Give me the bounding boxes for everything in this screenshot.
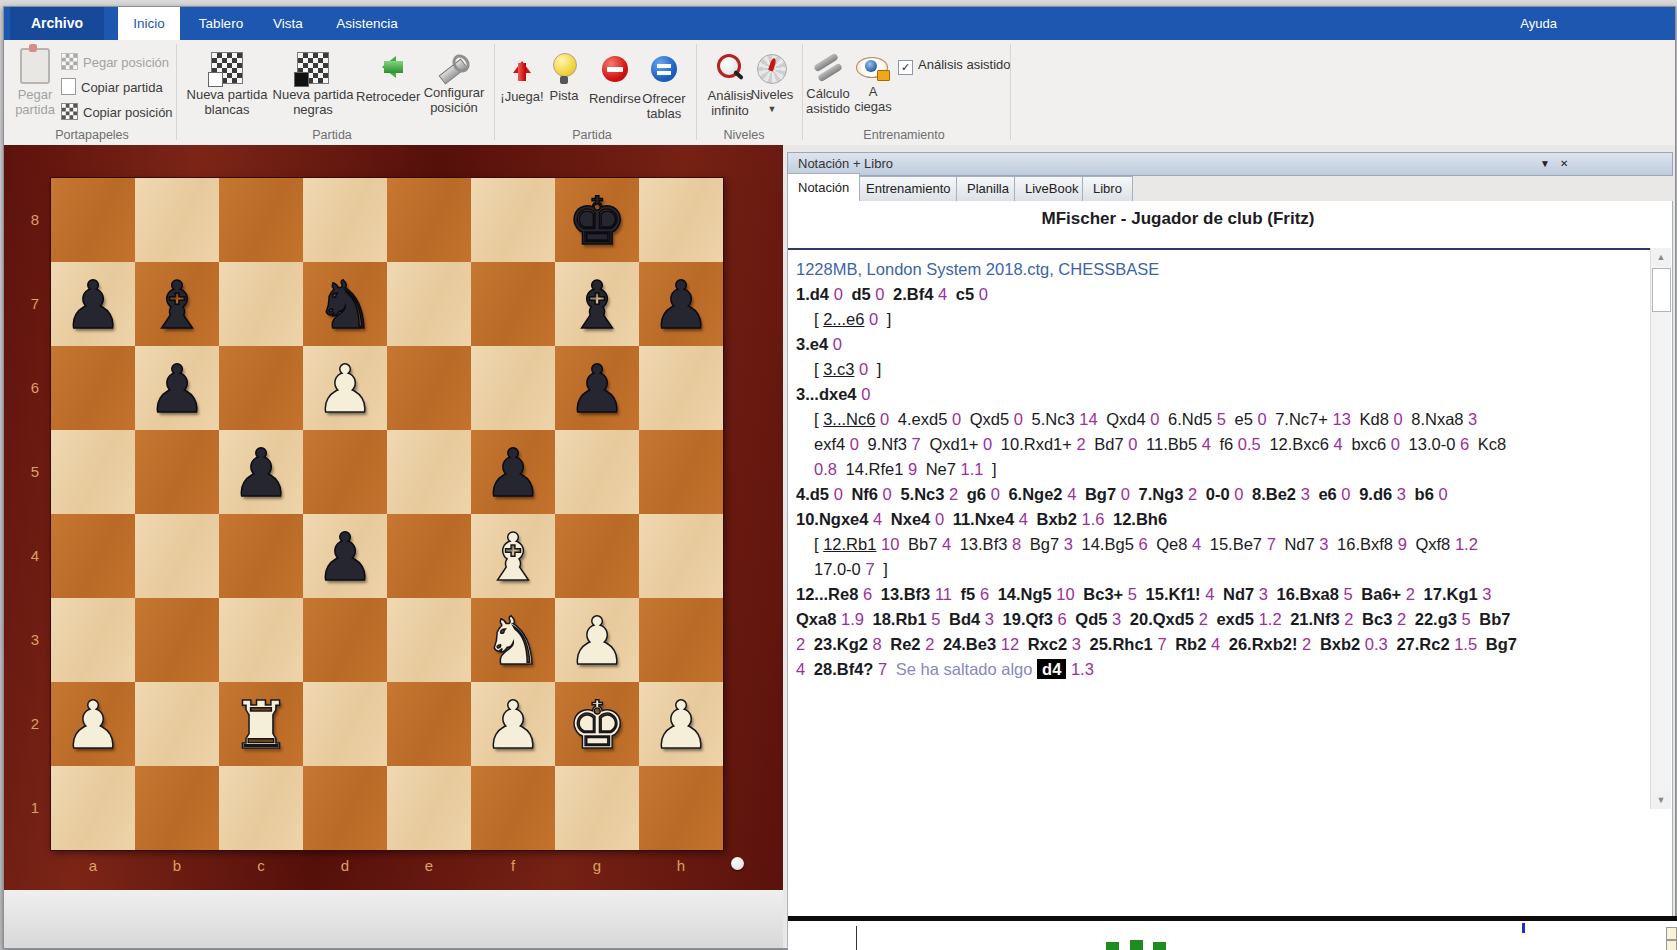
juega-button[interactable]: ¡Juega! (500, 52, 544, 104)
move-token[interactable]: g6 (967, 485, 986, 503)
move-token[interactable]: 21.Nf3 (1290, 610, 1340, 628)
move-token[interactable]: 12.Bh6 (1113, 510, 1167, 528)
square-a7[interactable]: ♟ (51, 262, 135, 346)
eval-number: 4 (938, 285, 947, 303)
notation-line: 2 23.Kg2 8 Re2 2 24.Be3 12 Rxc2 3 25.Rhc… (788, 632, 1650, 657)
move-token[interactable]: 12.Rb1 (823, 535, 876, 553)
move-token[interactable]: bxc6 (1351, 435, 1386, 453)
eval-number: 4 (1334, 435, 1343, 453)
tab-notacion[interactable]: Notación (787, 173, 860, 201)
black-pawn[interactable]: ♟ (639, 262, 723, 346)
square-d4[interactable]: ♟ (303, 514, 387, 598)
square-g8[interactable]: ♚ (555, 178, 639, 262)
move-token[interactable]: Bd7 (1094, 435, 1123, 453)
black-king[interactable]: ♚ (555, 178, 639, 262)
move-token[interactable]: Rb2 (1175, 635, 1206, 653)
move-token[interactable]: 3...Nc6 (823, 410, 875, 428)
move-token[interactable]: 14.Rfe1 (846, 460, 904, 478)
eval-number: 14 (1079, 410, 1097, 428)
eval-bar-move-11[interactable] (1106, 942, 1119, 950)
move-token[interactable]: 13.Bf3 (881, 585, 931, 603)
move-token[interactable]: 13.Bf3 (960, 535, 1008, 553)
move-token[interactable]: 25.Rhc1 (1090, 635, 1153, 653)
move-token[interactable]: exd5 (1216, 610, 1254, 628)
ribbon-separator (696, 44, 697, 140)
ofrecer-tablas-button[interactable]: Ofrecer tablas (638, 56, 690, 121)
square-e5[interactable] (387, 430, 471, 514)
eval-number: 3 (1259, 585, 1268, 603)
white-pawn[interactable]: ♟ (303, 346, 387, 430)
niveles-button[interactable]: Niveles ▼ (746, 54, 798, 117)
tab-libro[interactable]: Libro (1082, 176, 1133, 201)
eval-number: 8 (872, 635, 881, 653)
move-token[interactable]: Bb7 (908, 535, 937, 553)
move-token[interactable]: Qxd1+ (929, 435, 978, 453)
move-token[interactable]: Ne7 (926, 460, 956, 478)
black-pawn[interactable]: ♟ (51, 262, 135, 346)
square-c5[interactable]: ♟ (219, 430, 303, 514)
group-label-portapapeles: Portapapeles (12, 128, 172, 142)
square-c6[interactable] (219, 346, 303, 430)
move-token[interactable]: Se ha saltado algo (896, 660, 1033, 678)
eval-number: 0 (859, 360, 868, 378)
move-token[interactable]: Kc8 (1478, 435, 1506, 453)
move-token[interactable]: Nf6 (851, 485, 878, 503)
eval-bar-move-13[interactable] (1153, 942, 1166, 950)
tab-entrenamiento[interactable]: Entrenamiento (855, 176, 962, 201)
move-token[interactable]: 28.Bf4? (814, 660, 874, 678)
eval-number: 0 (1014, 410, 1023, 428)
square-b4[interactable] (135, 514, 219, 598)
chevron-down-icon[interactable]: ▼ (1540, 153, 1550, 175)
copiar-partida-button[interactable]: Copiar partida (61, 78, 163, 96)
move-token[interactable]: 19.Qf3 (1003, 610, 1053, 628)
square-d8[interactable] (303, 178, 387, 262)
eval-number: 0.3 (1365, 635, 1388, 653)
copy-game-icon (61, 78, 76, 95)
square-b6[interactable]: ♟ (135, 346, 219, 430)
menu-ayuda[interactable]: Ayuda (1520, 7, 1557, 40)
square-f7[interactable] (471, 262, 555, 346)
move-token[interactable]: 22.g3 (1415, 610, 1457, 628)
move-token[interactable]: 23.Kg2 (814, 635, 868, 653)
square-d2[interactable] (303, 682, 387, 766)
square-d3[interactable] (303, 598, 387, 682)
move-token[interactable]: 2...e6 (823, 310, 864, 328)
move-token[interactable]: Bd4 (949, 610, 980, 628)
pista-button[interactable]: Pista (544, 53, 584, 103)
move-token[interactable]: Nd7 (1284, 535, 1314, 553)
move-token[interactable]: Bc3+ (1083, 585, 1123, 603)
move-token[interactable]: e5 (1234, 410, 1252, 428)
eval-number: 2 (949, 485, 958, 503)
notation-line: 10.Ngxe4 4 Nxe4 0 11.Nxe4 4 Bxb2 1.6 12.… (788, 507, 1650, 532)
move-token[interactable]: 5.Nc3 (900, 485, 944, 503)
group-label-partida1: Partida (252, 128, 412, 142)
move-token[interactable]: Bg7 (1486, 635, 1517, 653)
eval-number: 7 (912, 435, 921, 453)
move-token[interactable]: f5 (961, 585, 976, 603)
move-token[interactable]: 8.Nxa8 (1411, 410, 1463, 428)
eval-number: 0 (1150, 410, 1159, 428)
move-token[interactable]: 24.Be3 (943, 635, 996, 653)
square-a5[interactable] (51, 430, 135, 514)
square-h4[interactable] (639, 514, 723, 598)
square-f4[interactable]: ♝ (471, 514, 555, 598)
move-token[interactable]: Bg7 (1085, 485, 1116, 503)
calculo-asistido-button[interactable]: Cálculo asistido (800, 53, 856, 116)
scroll-down-icon[interactable]: ▼ (1651, 791, 1671, 809)
ribbon-separator (176, 44, 177, 140)
move-token[interactable]: 9.d6 (1359, 485, 1392, 503)
eval-number: 12 (1001, 635, 1019, 653)
rendirse-button[interactable]: Rendirse (586, 56, 644, 106)
square-e6[interactable] (387, 346, 471, 430)
move-token[interactable]: 11.Nxe4 (953, 510, 1014, 528)
square-b8[interactable] (135, 178, 219, 262)
rank-label-5: 5 (26, 463, 44, 480)
move-token[interactable]: 16.Bxf8 (1337, 535, 1393, 553)
square-h1[interactable] (639, 766, 723, 850)
move-token[interactable]: [ (814, 410, 819, 428)
eval-number: 8 (1012, 535, 1021, 553)
square-e3[interactable] (387, 598, 471, 682)
move-token[interactable]: Qe8 (1156, 535, 1187, 553)
move-token[interactable]: 13.0-0 (1409, 435, 1456, 453)
square-b7[interactable]: ♝ (135, 262, 219, 346)
move-token[interactable]: e6 (1318, 485, 1336, 503)
pegar-posicion-button[interactable]: Pegar posición (61, 53, 169, 71)
square-g3[interactable]: ♟ (555, 598, 639, 682)
file-label-g: g (555, 857, 639, 874)
move-token[interactable]: ] (887, 310, 892, 328)
board-panel: ♚♟♝♞♝♟♟♟♟♟♟♟♝♞♟♟♜♟♚♟ 87654321 abcdefgh (4, 145, 783, 890)
white-pawn[interactable]: ♟ (639, 682, 723, 766)
retroceder-button[interactable]: Retroceder (356, 56, 420, 104)
move-token[interactable]: Qxd5 (970, 410, 1009, 428)
move-token[interactable]: Bc3 (1362, 610, 1392, 628)
copiar-posicion-button[interactable]: Copiar posición (61, 103, 173, 121)
move-token[interactable]: Bb7 (1479, 610, 1510, 628)
notation-line: 0.8 14.Rfe1 9 Ne7 1.1 ] (788, 457, 1650, 482)
move-token[interactable]: 0-0 (1206, 485, 1230, 503)
move-token[interactable]: Bxb2 (1320, 635, 1360, 653)
square-b1[interactable] (135, 766, 219, 850)
move-token[interactable]: 5.Nc3 (1032, 410, 1075, 428)
configurar-posicion-button[interactable]: Configurar posición (420, 52, 488, 115)
eval-number: 0 (1341, 485, 1350, 503)
move-token[interactable]: 18.Rb1 (873, 610, 927, 628)
move-token[interactable]: Kd8 (1359, 410, 1388, 428)
move-token[interactable]: 15.Be7 (1210, 535, 1262, 553)
eval-number: 1.3 (1071, 660, 1094, 678)
window-background (4, 890, 783, 948)
square-d7[interactable]: ♞ (303, 262, 387, 346)
menu-archivo[interactable]: Archivo (10, 7, 104, 40)
eval-number: 0 (880, 410, 889, 428)
blindfold-eye-icon (856, 55, 890, 81)
copy-position-icon (61, 103, 78, 120)
move-token[interactable]: 12.Bxc6 (1269, 435, 1329, 453)
move-token[interactable]: 7.Ng3 (1138, 485, 1183, 503)
move-token[interactable]: [ (814, 535, 819, 553)
square-f3[interactable]: ♞ (471, 598, 555, 682)
square-h7[interactable]: ♟ (639, 262, 723, 346)
square-g7[interactable]: ♝ (555, 262, 639, 346)
square-a8[interactable] (51, 178, 135, 262)
square-g4[interactable] (555, 514, 639, 598)
square-a2[interactable]: ♟ (51, 682, 135, 766)
paste-position-icon (61, 53, 78, 70)
eval-number: 6 (1058, 610, 1067, 628)
move-token[interactable]: 26.Rxb2! (1229, 635, 1298, 653)
tab-vista[interactable]: Vista (260, 7, 316, 40)
notation-line: [ 2...e6 0 ] (788, 307, 1650, 332)
white-knight[interactable]: ♞ (471, 598, 555, 682)
move-token[interactable]: 16.Bxa8 (1277, 585, 1339, 603)
notation-line: 4 28.Bf4? 7 Se ha saltado algo d4 1.3 (788, 657, 1650, 682)
eval-number: 4 (1019, 510, 1028, 528)
square-d6[interactable]: ♟ (303, 346, 387, 430)
square-d1[interactable] (303, 766, 387, 850)
move-token[interactable]: 14.Ng5 (998, 585, 1052, 603)
tab-inicio[interactable]: Inicio (118, 7, 180, 40)
nueva-partida-negras-button[interactable]: Nueva partida negras (272, 52, 354, 117)
notation-line: 1228MB, London System 2018.ctg, CHESSBAS… (788, 257, 1650, 282)
square-g2[interactable]: ♚ (555, 682, 639, 766)
new-game-white-icon (211, 52, 243, 84)
eval-number: 3 (1468, 410, 1477, 428)
square-e7[interactable] (387, 262, 471, 346)
move-token[interactable]: c5 (956, 285, 974, 303)
move-token[interactable]: 12...Re8 (796, 585, 858, 603)
notation-scrollbar[interactable]: ▲ ▼ (1650, 248, 1671, 809)
move-token[interactable]: Qxa8 (796, 610, 836, 628)
square-e4[interactable] (387, 514, 471, 598)
eval-number: 2 (1199, 610, 1208, 628)
clipboard-icon (20, 48, 50, 84)
tab-asistencia[interactable]: Asistencia (324, 7, 410, 40)
eval-number: 4 (942, 535, 951, 553)
square-b3[interactable] (135, 598, 219, 682)
square-e8[interactable] (387, 178, 471, 262)
black-bishop[interactable]: ♝ (135, 262, 219, 346)
black-pawn[interactable]: ♟ (303, 514, 387, 598)
square-d5[interactable] (303, 430, 387, 514)
square-h5[interactable] (639, 430, 723, 514)
move-token[interactable]: 9.Nf3 (868, 435, 907, 453)
square-a4[interactable] (51, 514, 135, 598)
white-pawn[interactable]: ♟ (555, 598, 639, 682)
move-token[interactable]: Qd5 (1075, 610, 1107, 628)
chess-board[interactable]: ♚♟♝♞♝♟♟♟♟♟♟♟♝♞♟♟♜♟♚♟ (51, 178, 723, 850)
square-c2[interactable]: ♜ (219, 682, 303, 766)
notation-text: 1228MB, London System 2018.ctg, CHESSBAS… (788, 248, 1650, 809)
eval-number: 4 (796, 660, 805, 678)
eval-number: 7 (1157, 635, 1166, 653)
square-c3[interactable] (219, 598, 303, 682)
square-g5[interactable] (555, 430, 639, 514)
move-token[interactable]: ] (877, 360, 882, 378)
chevron-down-icon: ▼ (746, 102, 798, 117)
eval-number: 0 (834, 285, 843, 303)
square-g6[interactable]: ♟ (555, 346, 639, 430)
move-token[interactable]: Bxb2 (1037, 510, 1077, 528)
move-token[interactable]: 7.Nc7+ (1275, 410, 1328, 428)
move-token[interactable]: 11.Bb5 (1146, 435, 1197, 453)
square-b2[interactable] (135, 682, 219, 766)
move-token[interactable]: 10.Rxd1+ (1001, 435, 1072, 453)
a-ciegas-button[interactable]: A ciegas (850, 55, 896, 114)
analisis-asistido-checkbox[interactable]: ✓Análisis asistido (898, 57, 1011, 75)
notation-tabs: Notación Entrenamiento Planilla LiveBook… (787, 174, 1671, 201)
move-token[interactable]: Nxe4 (891, 510, 930, 528)
white-pawn[interactable]: ♟ (471, 682, 555, 766)
tab-tablero[interactable]: Tablero (187, 7, 255, 40)
tab-livebook[interactable]: LiveBook (1014, 176, 1089, 201)
square-f1[interactable] (471, 766, 555, 850)
eval-bar-move-12[interactable] (1130, 940, 1143, 950)
square-b5[interactable] (135, 430, 219, 514)
move-token[interactable]: 3.e4 (796, 335, 828, 353)
move-token[interactable]: Bg7 (1030, 535, 1059, 553)
eval-number: 3 (1301, 485, 1310, 503)
square-h6[interactable] (639, 346, 723, 430)
eval-number: 5 (1217, 410, 1226, 428)
square-c8[interactable] (219, 178, 303, 262)
square-h8[interactable] (639, 178, 723, 262)
square-e1[interactable] (387, 766, 471, 850)
eval-number: 0 (1393, 410, 1402, 428)
move-token[interactable]: 27.Rc2 (1396, 635, 1449, 653)
move-token[interactable]: 6.Nd5 (1168, 410, 1212, 428)
current-move[interactable]: d4 (1037, 659, 1066, 679)
eval-number: 10 (881, 535, 899, 553)
square-c7[interactable] (219, 262, 303, 346)
square-h2[interactable]: ♟ (639, 682, 723, 766)
white-bishop[interactable]: ♝ (471, 514, 555, 598)
file-label-d: d (303, 857, 387, 874)
move-token[interactable]: Qxd4 (1106, 410, 1145, 428)
eval-number: 0 (869, 310, 878, 328)
rank-label-3: 3 (26, 631, 44, 648)
eval-number: 2 (1188, 485, 1197, 503)
eval-number: 0 (1257, 410, 1266, 428)
chart-y-axis (856, 926, 857, 950)
black-bishop[interactable]: ♝ (555, 262, 639, 346)
black-knight[interactable]: ♞ (303, 262, 387, 346)
white-to-move-indicator (731, 857, 744, 870)
eval-number: 1.5 (1454, 635, 1477, 653)
eval-number: 2 (1397, 610, 1406, 628)
square-f2[interactable]: ♟ (471, 682, 555, 766)
white-rook[interactable]: ♜ (219, 682, 303, 766)
move-token[interactable]: ] (992, 460, 997, 478)
move-token[interactable]: 4.d5 (796, 485, 829, 503)
square-a3[interactable] (51, 598, 135, 682)
eval-number: 1.2 (1259, 610, 1282, 628)
pegar-partida-button[interactable]: Pegar partida (12, 48, 58, 117)
file-label-e: e (387, 857, 471, 874)
move-token[interactable]: 2.Bf4 (893, 285, 933, 303)
black-pawn[interactable]: ♟ (219, 430, 303, 514)
move-token[interactable]: 8.Be2 (1252, 485, 1296, 503)
move-token[interactable]: 17.Kg1 (1424, 585, 1478, 603)
eval-number: 10 (1056, 585, 1074, 603)
eval-number: 2 (1406, 585, 1415, 603)
evaluation-chart[interactable]: 2468101214161820222426283032 (788, 921, 1677, 950)
current-move-marker (1522, 923, 1525, 933)
move-token[interactable]: ] (883, 560, 888, 578)
notation-area: MFischer - Jugador de club (Fritz) 1228M… (787, 201, 1673, 947)
notation-line: [ 3.c3 0 ] (788, 357, 1650, 382)
square-f5[interactable]: ♟ (471, 430, 555, 514)
square-f6[interactable] (471, 346, 555, 430)
notation-line: 4.d5 0 Nf6 0 5.Nc3 2 g6 0 6.Nge2 4 Bg7 0… (788, 482, 1650, 507)
scroll-up-icon[interactable]: ▲ (1651, 248, 1671, 266)
scrollbar-thumb[interactable] (1652, 268, 1671, 312)
black-pawn[interactable]: ♟ (471, 430, 555, 514)
tab-planilla[interactable]: Planilla (956, 176, 1020, 201)
square-h3[interactable] (639, 598, 723, 682)
move-token[interactable]: 15.Kf1! (1146, 585, 1201, 603)
square-a1[interactable] (51, 766, 135, 850)
move-token[interactable]: exf4 (814, 435, 845, 453)
file-label-h: h (639, 857, 723, 874)
magnifier-icon (715, 53, 745, 85)
close-icon[interactable]: ✕ (1560, 153, 1568, 175)
eval-number: 3 (1482, 585, 1491, 603)
resign-icon (602, 56, 628, 82)
square-g1[interactable] (555, 766, 639, 850)
eval-number: 3 (1319, 535, 1328, 553)
move-token[interactable]: Rxc2 (1028, 635, 1067, 653)
square-c4[interactable] (219, 514, 303, 598)
move-token[interactable]: 3...dxe4 (796, 385, 857, 403)
black-pawn[interactable]: ♟ (555, 346, 639, 430)
white-pawn[interactable]: ♟ (51, 682, 135, 766)
game-title: MFischer - Jugador de club (Fritz) (788, 209, 1568, 229)
move-token[interactable]: 6.Nge2 (1008, 485, 1062, 503)
move-token[interactable]: 20.Qxd5 (1130, 610, 1194, 628)
move-token[interactable]: f6 (1219, 435, 1233, 453)
move-token[interactable]: b6 (1415, 485, 1434, 503)
move-token[interactable]: Ba6+ (1361, 585, 1401, 603)
move-token[interactable]: Re2 (890, 635, 920, 653)
move-token[interactable]: 17.0-0 (814, 560, 861, 578)
black-pawn[interactable]: ♟ (135, 346, 219, 430)
move-token[interactable]: Qxf8 (1415, 535, 1450, 553)
eval-number: 7 (1267, 535, 1276, 553)
move-token[interactable]: 1228MB, London System 2018.ctg, CHESSBAS… (796, 260, 1159, 278)
move-token[interactable]: [ (814, 360, 819, 378)
move-token[interactable]: 1.d4 (796, 285, 829, 303)
notation-line: [ 12.Rb1 10 Bb7 4 13.Bf3 8 Bg7 3 14.Bg5 … (788, 532, 1650, 557)
move-token[interactable]: [ (814, 310, 819, 328)
square-f8[interactable] (471, 178, 555, 262)
move-token[interactable]: 4.exd5 (898, 410, 948, 428)
move-token[interactable]: 10.Ngxe4 (796, 510, 868, 528)
move-token[interactable]: Nd7 (1223, 585, 1254, 603)
nueva-partida-blancas-button[interactable]: Nueva partida blancas (186, 52, 268, 117)
move-token[interactable]: 14.Bg5 (1082, 535, 1134, 553)
move-token[interactable]: d5 (851, 285, 870, 303)
move-token[interactable]: 3.c3 (823, 360, 854, 378)
square-e2[interactable] (387, 682, 471, 766)
square-a6[interactable] (51, 346, 135, 430)
white-king[interactable]: ♚ (555, 682, 639, 766)
square-c1[interactable] (219, 766, 303, 850)
